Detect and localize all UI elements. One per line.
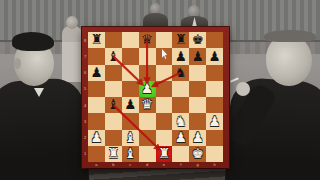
square-c6[interactable] <box>122 65 139 81</box>
file-label-d: d <box>139 162 156 168</box>
piece-black-rook: ♜ <box>175 33 187 47</box>
square-h1[interactable] <box>206 146 223 162</box>
square-g1[interactable]: ♚ <box>189 146 206 162</box>
square-c5[interactable] <box>122 81 139 97</box>
file-label-a: a <box>88 162 105 168</box>
player-left-hair <box>12 32 54 51</box>
piece-black-pawn: ♟ <box>90 66 102 80</box>
square-b3[interactable] <box>105 113 122 129</box>
square-g2[interactable]: ♟ <box>189 130 206 146</box>
rank-label-7: 7 <box>82 48 88 64</box>
piece-black-bishop: ♝ <box>107 50 119 64</box>
file-label-b: b <box>105 162 122 168</box>
square-c1[interactable]: ♝ <box>122 146 139 162</box>
square-e5[interactable] <box>156 81 173 97</box>
piece-white-pawn: ♟ <box>192 131 204 145</box>
thumbnail-scene: 87654321 abcdefgh ♜♛♜♚♝♟♟♟♟♞♟♝♟♛♞♟♟♝♟♟♜♝… <box>0 0 320 180</box>
square-e7[interactable] <box>156 48 173 64</box>
piece-white-rook: ♜ <box>107 147 119 161</box>
rank-label-8: 8 <box>82 32 88 48</box>
rank-label-5: 5 <box>82 81 88 97</box>
piece-white-king: ♚ <box>192 147 204 161</box>
square-g6[interactable] <box>189 65 206 81</box>
player-right-photo <box>224 26 320 180</box>
square-f6[interactable]: ♞ <box>172 65 189 81</box>
file-label-h: h <box>206 162 223 168</box>
square-b8[interactable] <box>105 32 122 48</box>
square-g5[interactable] <box>189 81 206 97</box>
square-a3[interactable] <box>88 113 105 129</box>
piece-black-queen: ♛ <box>141 33 153 47</box>
piece-black-knight: ♞ <box>175 66 187 80</box>
piece-black-king: ♚ <box>192 33 204 47</box>
file-label-e: e <box>156 162 173 168</box>
square-h5[interactable] <box>206 81 223 97</box>
square-a1[interactable] <box>88 146 105 162</box>
file-labels: abcdefgh <box>88 162 223 168</box>
square-b6[interactable] <box>105 65 122 81</box>
square-e6[interactable] <box>156 65 173 81</box>
square-f7[interactable]: ♟ <box>172 48 189 64</box>
square-d3[interactable] <box>139 113 156 129</box>
square-b1[interactable]: ♜ <box>105 146 122 162</box>
square-a4[interactable] <box>88 97 105 113</box>
piece-white-queen: ♛ <box>141 98 153 112</box>
square-d4[interactable]: ♛ <box>139 97 156 113</box>
square-h3[interactable]: ♟ <box>206 113 223 129</box>
square-d2[interactable] <box>139 130 156 146</box>
file-label-g: g <box>189 162 206 168</box>
piece-black-pawn: ♟ <box>192 50 204 64</box>
square-c7[interactable] <box>122 48 139 64</box>
square-h2[interactable] <box>206 130 223 146</box>
piece-black-pawn: ♟ <box>124 98 136 112</box>
board-grid[interactable]: ♜♛♜♚♝♟♟♟♟♞♟♝♟♛♞♟♟♝♟♟♜♝♜♚ <box>88 32 223 162</box>
square-e1[interactable]: ♜ <box>156 146 173 162</box>
rank-label-2: 2 <box>82 130 88 146</box>
square-h6[interactable] <box>206 65 223 81</box>
square-h7[interactable]: ♟ <box>206 48 223 64</box>
cigarette <box>230 77 239 83</box>
square-h4[interactable] <box>206 97 223 113</box>
square-h8[interactable] <box>206 32 223 48</box>
square-g7[interactable]: ♟ <box>189 48 206 64</box>
rank-label-3: 3 <box>82 113 88 129</box>
square-g4[interactable] <box>189 97 206 113</box>
player-right-hair <box>264 30 316 42</box>
piece-white-pawn: ♟ <box>90 131 102 145</box>
square-a8[interactable]: ♜ <box>88 32 105 48</box>
square-d5[interactable]: ♟ <box>139 81 156 97</box>
chess-board[interactable]: 87654321 abcdefgh ♜♛♜♚♝♟♟♟♟♞♟♝♟♛♞♟♟♝♟♟♜♝… <box>82 27 229 168</box>
piece-white-pawn: ♟ <box>175 131 187 145</box>
file-label-c: c <box>122 162 139 168</box>
piece-white-pawn: ♟ <box>209 115 221 129</box>
square-b2[interactable] <box>105 130 122 146</box>
player-left-suit <box>0 77 90 180</box>
rank-label-6: 6 <box>82 65 88 81</box>
player-left-ear <box>14 58 21 69</box>
square-a2[interactable]: ♟ <box>88 130 105 146</box>
square-e4[interactable] <box>156 97 173 113</box>
square-c2[interactable]: ♝ <box>122 130 139 146</box>
player-right-hand <box>236 82 250 96</box>
square-c3[interactable] <box>122 113 139 129</box>
square-c4[interactable]: ♟ <box>122 97 139 113</box>
piece-white-pawn: ♟ <box>141 82 153 96</box>
square-a5[interactable] <box>88 81 105 97</box>
piece-black-pawn: ♟ <box>175 50 187 64</box>
square-b7[interactable]: ♝ <box>105 48 122 64</box>
rank-labels: 87654321 <box>82 32 88 162</box>
piece-white-knight: ♞ <box>175 115 187 129</box>
square-f1[interactable] <box>172 146 189 162</box>
piece-white-rook: ♜ <box>158 147 170 161</box>
player-left-photo <box>0 28 90 180</box>
square-e3[interactable] <box>156 113 173 129</box>
square-d1[interactable] <box>139 146 156 162</box>
piece-white-bishop: ♝ <box>124 147 136 161</box>
square-d6[interactable] <box>139 65 156 81</box>
square-f8[interactable]: ♜ <box>172 32 189 48</box>
file-label-f: f <box>172 162 189 168</box>
square-f4[interactable] <box>172 97 189 113</box>
square-e8[interactable] <box>156 32 173 48</box>
rank-label-4: 4 <box>82 97 88 113</box>
square-d8[interactable]: ♛ <box>139 32 156 48</box>
piece-black-rook: ♜ <box>90 33 102 47</box>
rank-label-1: 1 <box>82 146 88 162</box>
square-g3[interactable] <box>189 113 206 129</box>
square-a7[interactable] <box>88 48 105 64</box>
square-f3[interactable]: ♞ <box>172 113 189 129</box>
square-d7[interactable] <box>139 48 156 64</box>
square-c8[interactable] <box>122 32 139 48</box>
square-g8[interactable]: ♚ <box>189 32 206 48</box>
square-f5[interactable] <box>172 81 189 97</box>
square-a6[interactable]: ♟ <box>88 65 105 81</box>
square-f2[interactable]: ♟ <box>172 130 189 146</box>
piece-white-bishop: ♝ <box>124 131 136 145</box>
square-b4[interactable]: ♝ <box>105 97 122 113</box>
square-e2[interactable] <box>156 130 173 146</box>
piece-black-bishop: ♝ <box>107 98 119 112</box>
square-b5[interactable] <box>105 81 122 97</box>
piece-black-pawn: ♟ <box>209 50 221 64</box>
